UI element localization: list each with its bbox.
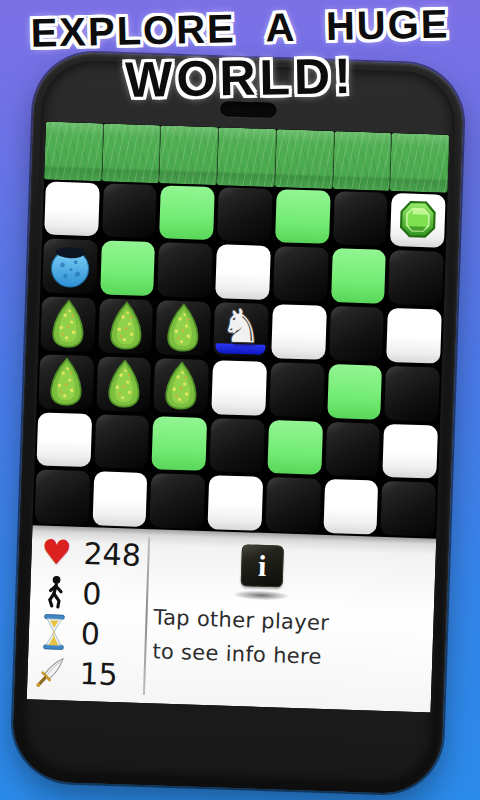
tile-white[interactable] <box>386 308 441 364</box>
dagger-icon <box>33 653 72 690</box>
stats-list: ♥2480015 <box>31 531 146 695</box>
tree-icon[interactable] <box>158 300 210 356</box>
info-icon-glyph: i <box>258 551 267 581</box>
tile-dark[interactable] <box>388 250 443 305</box>
tile-dark[interactable] <box>35 470 90 525</box>
blue-planet-icon[interactable] <box>45 242 95 292</box>
tile-white[interactable] <box>211 360 266 416</box>
tile-dark[interactable] <box>96 356 151 412</box>
tree-icon[interactable] <box>40 354 92 410</box>
tile-white[interactable] <box>271 304 326 360</box>
stat-health: ♥248 <box>35 531 146 575</box>
tile-white[interactable] <box>44 181 99 236</box>
tile-grass[interactable] <box>332 131 392 190</box>
info-icon: i <box>241 544 284 587</box>
tile-dark[interactable] <box>381 481 436 536</box>
tile-dark[interactable] <box>217 187 272 242</box>
tree-icon[interactable] <box>100 298 152 354</box>
info-area: i Tap other player to see info here <box>145 529 437 712</box>
tile-white[interactable] <box>92 472 147 527</box>
tile-dark[interactable] <box>102 183 157 238</box>
tile-dark[interactable] <box>40 296 95 352</box>
tile-grass[interactable] <box>159 125 219 184</box>
game-title: EXPLORE A HUGE WORLD! <box>0 6 480 107</box>
hourglass-icon <box>34 613 73 650</box>
tile-white[interactable] <box>323 479 378 534</box>
tile-grass[interactable] <box>44 121 104 180</box>
tile-white[interactable] <box>390 193 445 248</box>
tile-dark[interactable] <box>269 362 324 418</box>
tile-dark[interactable] <box>273 246 328 301</box>
stat-moves-value: 0 <box>82 575 102 611</box>
tile-white[interactable] <box>36 412 91 467</box>
tile-green[interactable] <box>100 241 155 296</box>
board: ♞ <box>32 121 449 538</box>
hud-panel: ♥2480015 i Tap other player to see info … <box>27 525 437 712</box>
tile-dark[interactable] <box>325 422 380 477</box>
tile-white[interactable] <box>208 475 263 530</box>
tile-dark[interactable] <box>42 239 97 294</box>
tile-green[interactable] <box>152 416 207 471</box>
tile-green[interactable] <box>267 420 322 475</box>
tree-icon[interactable] <box>156 358 208 414</box>
stat-time-value: 0 <box>80 615 100 651</box>
tile-green[interactable] <box>327 364 382 420</box>
tile-dark[interactable] <box>156 300 211 356</box>
tile-dark[interactable] <box>210 418 265 473</box>
stat-attack-value: 15 <box>79 655 118 691</box>
game-screen: ♞ ♥2480015 i Tap other player to see inf… <box>27 121 450 712</box>
tile-dark[interactable] <box>329 306 384 362</box>
phone-frame: ♞ ♥2480015 i Tap other player to see inf… <box>11 51 465 795</box>
tile-dark[interactable] <box>333 191 388 246</box>
tile-dark[interactable] <box>98 298 153 354</box>
tile-dark[interactable] <box>154 358 209 414</box>
info-icon-shadow <box>234 590 288 601</box>
tile-dark[interactable] <box>94 414 149 469</box>
tile-grass[interactable] <box>390 133 450 192</box>
tile-dark[interactable] <box>265 477 320 532</box>
tile-white[interactable] <box>383 424 438 479</box>
tile-green[interactable] <box>275 189 330 244</box>
stat-attack: 15 <box>31 651 142 695</box>
stat-health-value: 248 <box>83 535 141 572</box>
tree-icon[interactable] <box>98 356 150 412</box>
stat-moves: 0 <box>34 571 145 615</box>
title-line-2: WORLD! <box>0 45 480 111</box>
tile-dark[interactable] <box>38 354 93 410</box>
white-knight-icon[interactable]: ♞ <box>220 302 263 349</box>
tile-green[interactable] <box>159 185 214 240</box>
tile-dark[interactable] <box>150 474 205 529</box>
tile-dark[interactable]: ♞ <box>213 302 268 358</box>
tile-grass[interactable] <box>102 123 162 182</box>
tile-green[interactable] <box>331 248 386 303</box>
stat-time: 0 <box>32 611 143 655</box>
emerald-gem-icon[interactable] <box>395 198 440 243</box>
tile-dark[interactable] <box>384 366 439 422</box>
tile-grass[interactable] <box>275 129 335 188</box>
heart-icon: ♥ <box>37 534 76 569</box>
tile-dark[interactable] <box>158 242 213 297</box>
tree-icon[interactable] <box>42 296 94 352</box>
walker-icon <box>36 573 75 610</box>
tile-white[interactable] <box>215 244 270 299</box>
tile-grass[interactable] <box>217 127 277 186</box>
